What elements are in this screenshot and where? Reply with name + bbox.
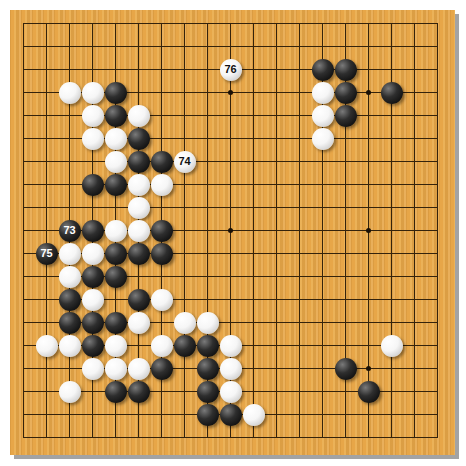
stone-white — [59, 335, 81, 357]
stone-white — [59, 243, 81, 265]
stone-black — [335, 59, 357, 81]
stone-white — [312, 128, 334, 150]
stone-move-74: 74 — [174, 151, 196, 173]
stone-black — [197, 358, 219, 380]
stone-black — [128, 243, 150, 265]
stone-black — [82, 335, 104, 357]
stone-white — [128, 174, 150, 196]
stone-black — [197, 335, 219, 357]
stone-black — [151, 151, 173, 173]
stone-black — [105, 174, 127, 196]
stone-white — [82, 82, 104, 104]
stone-white — [220, 381, 242, 403]
stone-white — [82, 243, 104, 265]
stone-white — [174, 312, 196, 334]
stone-black — [151, 358, 173, 380]
stone-black — [335, 105, 357, 127]
stone-black — [105, 381, 127, 403]
stone-white — [151, 335, 173, 357]
stone-white — [381, 335, 403, 357]
stone-black — [335, 358, 357, 380]
stone-black — [128, 289, 150, 311]
stone-white — [220, 335, 242, 357]
stone-black — [151, 243, 173, 265]
stone-white — [128, 197, 150, 219]
stone-white — [312, 82, 334, 104]
stone-black — [105, 266, 127, 288]
star-point — [366, 366, 371, 371]
stone-black — [128, 151, 150, 173]
grid-line — [253, 23, 254, 438]
stone-white — [105, 335, 127, 357]
page: 76747375 — [0, 0, 466, 466]
stone-move-76: 76 — [220, 59, 242, 81]
stone-black — [105, 243, 127, 265]
grid-line — [276, 23, 277, 438]
stone-black — [312, 59, 334, 81]
stone-black — [128, 381, 150, 403]
stone-white — [220, 358, 242, 380]
grid-line — [299, 23, 300, 438]
stone-white — [105, 358, 127, 380]
star-point — [228, 228, 233, 233]
stone-white — [197, 312, 219, 334]
stone-white — [243, 404, 265, 426]
stone-black — [105, 82, 127, 104]
grid-line — [437, 23, 438, 438]
stone-black — [174, 335, 196, 357]
go-board: 76747375 — [10, 10, 455, 455]
stone-white — [59, 266, 81, 288]
stone-black — [105, 312, 127, 334]
stone-black — [358, 381, 380, 403]
stone-move-73: 73 — [59, 220, 81, 242]
stone-black — [151, 220, 173, 242]
stone-white — [128, 312, 150, 334]
stone-white — [59, 381, 81, 403]
stone-white — [59, 82, 81, 104]
grid-line — [23, 437, 438, 438]
stone-black — [128, 128, 150, 150]
stone-white — [82, 105, 104, 127]
stone-white — [151, 174, 173, 196]
star-point — [228, 90, 233, 95]
stone-black — [59, 312, 81, 334]
stone-move-75: 75 — [36, 243, 58, 265]
stone-black — [59, 289, 81, 311]
stone-black — [82, 174, 104, 196]
stone-white — [82, 289, 104, 311]
stone-white — [128, 358, 150, 380]
stone-white — [105, 220, 127, 242]
stone-black — [82, 312, 104, 334]
stone-white — [312, 105, 334, 127]
stone-black — [105, 105, 127, 127]
stone-white — [105, 151, 127, 173]
stone-black — [82, 266, 104, 288]
stone-black — [335, 82, 357, 104]
stone-white — [128, 220, 150, 242]
stone-white — [105, 128, 127, 150]
star-point — [366, 90, 371, 95]
stone-white — [82, 358, 104, 380]
star-point — [366, 228, 371, 233]
stone-white — [82, 128, 104, 150]
stone-black — [197, 381, 219, 403]
stone-white — [151, 289, 173, 311]
stone-black — [381, 82, 403, 104]
stone-white — [128, 105, 150, 127]
stone-black — [220, 404, 242, 426]
stone-white — [36, 335, 58, 357]
grid-line — [414, 23, 415, 438]
stone-black — [82, 220, 104, 242]
stone-black — [197, 404, 219, 426]
